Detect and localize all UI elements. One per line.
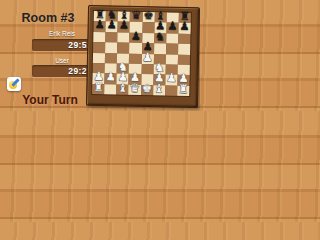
square-a2[interactable]: ♟ <box>92 73 104 84</box>
square-g3[interactable] <box>165 64 177 75</box>
square-a3[interactable] <box>93 63 105 74</box>
square-e4[interactable]: ♟ <box>141 53 153 64</box>
square-a7[interactable]: ♟ <box>94 21 106 32</box>
square-f2[interactable]: ♟ <box>153 74 165 85</box>
square-h5[interactable] <box>178 44 190 55</box>
square-f6[interactable]: ♞ <box>154 33 166 44</box>
square-c7[interactable]: ♟ <box>118 22 130 33</box>
square-e7[interactable] <box>142 22 154 33</box>
square-g2[interactable]: ♟ <box>165 75 177 86</box>
square-c1[interactable]: ♝ <box>116 84 128 95</box>
square-a6[interactable] <box>93 32 105 43</box>
chess-board-frame: ♜♞♝♛♚♝♜♟♟♟♟♟♟♟♞♟♟♞♞♟♟♟♟♟♟♟♜♝♛♚♝♜ <box>86 5 200 108</box>
turn-status: Your Turn <box>14 93 86 107</box>
square-a8[interactable]: ♜ <box>94 11 106 22</box>
square-d4[interactable] <box>129 53 141 64</box>
square-d3[interactable] <box>129 64 141 75</box>
chess-board[interactable]: ♜♞♝♛♚♝♜♟♟♟♟♟♟♟♞♟♟♞♞♟♟♟♟♟♟♟♜♝♛♚♝♜ <box>92 11 191 96</box>
square-b4[interactable] <box>105 53 117 64</box>
square-a1[interactable]: ♜ <box>92 84 104 95</box>
black-bishop: ♝ <box>118 8 130 20</box>
square-c8[interactable]: ♝ <box>118 11 130 22</box>
square-e3[interactable] <box>141 64 153 75</box>
square-g1[interactable] <box>165 85 177 96</box>
square-c2[interactable]: ♟ <box>117 74 129 85</box>
square-a5[interactable] <box>93 42 105 53</box>
black-bishop: ♝ <box>154 9 166 21</box>
square-c4[interactable] <box>117 53 129 64</box>
square-c5[interactable] <box>117 43 129 54</box>
square-h6[interactable] <box>178 33 190 44</box>
square-e6[interactable] <box>142 33 154 44</box>
square-d8[interactable]: ♛ <box>130 12 142 23</box>
square-d2[interactable]: ♟ <box>129 74 141 85</box>
square-b5[interactable] <box>105 42 117 53</box>
square-b3[interactable] <box>105 63 117 74</box>
square-b1[interactable] <box>104 84 116 95</box>
black-rook: ♜ <box>94 8 106 20</box>
chat-icon[interactable] <box>7 77 21 91</box>
square-h8[interactable]: ♜ <box>179 13 191 24</box>
square-b6[interactable] <box>105 32 117 43</box>
square-d6[interactable]: ♟ <box>130 32 142 43</box>
square-d1[interactable]: ♛ <box>129 84 141 95</box>
square-b7[interactable]: ♟ <box>106 22 118 33</box>
square-b8[interactable]: ♞ <box>106 11 118 22</box>
square-d7[interactable] <box>130 22 142 33</box>
square-e2[interactable] <box>141 74 153 85</box>
square-g5[interactable] <box>166 44 178 55</box>
app-window: { "app": { "room_title": "Room #3", "tur… <box>0 0 200 111</box>
square-c3[interactable]: ♞ <box>117 63 129 74</box>
black-knight: ♞ <box>106 8 118 20</box>
square-g6[interactable] <box>166 33 178 44</box>
square-c6[interactable] <box>118 32 130 43</box>
square-f3[interactable]: ♞ <box>153 64 165 75</box>
square-h4[interactable] <box>178 54 190 65</box>
square-h3[interactable] <box>177 65 189 76</box>
square-e1[interactable]: ♚ <box>141 85 153 96</box>
square-d5[interactable] <box>129 43 141 54</box>
square-h2[interactable]: ♟ <box>177 75 189 86</box>
opponent-name: Erik Reis <box>30 30 94 37</box>
square-g8[interactable] <box>166 12 178 23</box>
user-name: User <box>30 57 94 64</box>
black-queen: ♛ <box>130 9 142 21</box>
square-f5[interactable] <box>154 43 166 54</box>
square-f7[interactable]: ♟ <box>154 23 166 34</box>
square-g4[interactable] <box>166 54 178 65</box>
black-king: ♚ <box>142 9 154 21</box>
square-e5[interactable]: ♟ <box>142 43 154 54</box>
square-e8[interactable]: ♚ <box>142 12 154 23</box>
black-rook: ♜ <box>179 10 191 22</box>
square-f1[interactable]: ♝ <box>153 85 165 96</box>
room-title: Room #3 <box>10 11 86 25</box>
square-h1[interactable]: ♜ <box>177 85 189 96</box>
square-f8[interactable]: ♝ <box>154 12 166 23</box>
square-h7[interactable]: ♟ <box>178 23 190 34</box>
square-a4[interactable] <box>93 52 105 63</box>
square-f4[interactable] <box>153 54 165 65</box>
square-b2[interactable]: ♟ <box>105 73 117 84</box>
square-g7[interactable]: ♟ <box>166 23 178 34</box>
